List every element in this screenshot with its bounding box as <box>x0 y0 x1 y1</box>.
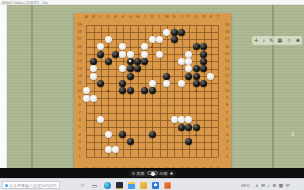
white-stone-K17 <box>149 36 156 43</box>
star-point <box>195 134 197 136</box>
edge-browser-icon[interactable] <box>104 182 111 189</box>
next-arrow-icon[interactable]: › <box>291 129 294 139</box>
white-stone-L15 <box>156 51 163 58</box>
white-stone-B13 <box>90 65 97 72</box>
row-label-left: 17 <box>76 37 84 41</box>
system-tray: 19°C ∧✉♪⚙▦中 <box>241 181 290 189</box>
grid-line-v <box>218 25 219 157</box>
pencil-icon[interactable]: ✎ <box>269 36 273 45</box>
yellow-app-icon[interactable] <box>140 182 147 189</box>
black-stone-G13 <box>127 65 134 72</box>
grid-line-h <box>86 120 218 121</box>
black-stone-G3 <box>127 138 134 145</box>
grid-line-h <box>86 98 218 99</box>
search-icon[interactable]: ○ <box>79 182 86 189</box>
white-stone-B9 <box>90 95 97 102</box>
black-stone-C11 <box>97 80 104 87</box>
black-stone-F10 <box>119 87 126 94</box>
black-stone-P12 <box>185 73 192 80</box>
row-label-right: 3 <box>223 140 231 144</box>
last-move-marker <box>129 60 131 62</box>
black-stone-K10 <box>149 87 156 94</box>
grid-line-v <box>182 25 183 157</box>
tray-icon-2[interactable]: ♪ <box>267 183 269 188</box>
star-point <box>195 90 197 92</box>
black-stone-J10 <box>141 87 148 94</box>
black-stone-K4 <box>149 131 156 138</box>
white-stone-N6 <box>171 116 178 123</box>
move-icon[interactable]: ✛ <box>254 36 258 45</box>
tatami-seam-right <box>272 5 274 168</box>
row-label-right: 15 <box>223 52 231 56</box>
row-label-left: 18 <box>76 30 84 34</box>
video-area[interactable]: AABBCCDDEEFFGGHHJJKKLLMMNNOOPPQQRRSSTT19… <box>0 5 304 168</box>
danmaku-input[interactable]: 发送弹幕输入你想说的内容 <box>2 181 60 189</box>
black-stone-R13 <box>200 65 207 72</box>
black-stone-C15 <box>97 51 104 58</box>
row-label-right: 13 <box>223 67 231 71</box>
danmaku-icon <box>5 184 8 187</box>
black-stone-R15 <box>200 51 207 58</box>
row-label-left: 4 <box>76 133 84 137</box>
video-annotation-toolbar: ✛♪✎▦☺❀ <box>252 36 302 45</box>
black-stone-Q13 <box>193 65 200 72</box>
white-stone-D17 <box>105 36 112 43</box>
row-label-left: 19 <box>76 23 84 27</box>
black-stone-F11 <box>119 80 126 87</box>
black-stone-D14 <box>105 58 112 65</box>
flower-icon[interactable]: ❀ <box>296 36 300 45</box>
black-stone-R14 <box>200 58 207 65</box>
black-stone-Q11 <box>193 80 200 87</box>
tray-icon-0[interactable]: ∧ <box>255 183 258 188</box>
row-label-right: 9 <box>223 96 231 100</box>
white-stone-F13 <box>119 65 126 72</box>
white-stone-O11 <box>178 80 185 87</box>
white-stone-B12 <box>90 73 97 80</box>
star-point <box>151 46 153 48</box>
row-label-right: 12 <box>223 74 231 78</box>
white-stone-P13 <box>185 65 192 72</box>
black-stone-H13 <box>134 65 141 72</box>
dark-app-icon[interactable] <box>116 182 123 189</box>
row-label-right: 14 <box>223 59 231 63</box>
grid-line-h <box>86 157 218 158</box>
white-stone-O6 <box>178 116 185 123</box>
white-stone-E2 <box>112 146 119 153</box>
row-label-left: 14 <box>76 59 84 63</box>
black-stone-G14 <box>127 58 134 65</box>
tray-icon-5[interactable]: 中 <box>286 183 291 188</box>
white-stone-L17 <box>156 36 163 43</box>
emoji-icon[interactable]: ☺ <box>286 36 291 45</box>
black-stone-Q16 <box>193 43 200 50</box>
white-stone-P15 <box>185 51 192 58</box>
white-stone-O14 <box>178 58 185 65</box>
windows-taskbar: 发送弹幕输入你想说的内容 ○ ▭ 19°C ∧✉♪⚙▦中 <box>0 178 304 190</box>
white-stone-D4 <box>105 131 112 138</box>
grid-line-v <box>174 25 175 157</box>
col-label-top: T <box>214 15 222 19</box>
black-stone-G12 <box>127 73 134 80</box>
row-label-right: 4 <box>223 133 231 137</box>
white-stone-D2 <box>105 146 112 153</box>
black-stone-J14 <box>141 58 148 65</box>
white-stone-P14 <box>185 58 192 65</box>
white-stone-P6 <box>185 116 192 123</box>
black-stone-N18 <box>171 29 178 36</box>
white-stone-icon <box>170 172 173 175</box>
grid-line-h <box>86 113 218 114</box>
row-label-left: 16 <box>76 45 84 49</box>
row-label-left: 3 <box>76 140 84 144</box>
black-stone-P5 <box>185 124 192 131</box>
row-label-right: 18 <box>223 30 231 34</box>
black-stone-Q12 <box>193 73 200 80</box>
stone-color-toggle[interactable]: 黑棋 白棋 <box>129 170 176 177</box>
row-label-left: 13 <box>76 67 84 71</box>
orange-app-icon[interactable] <box>164 182 171 189</box>
white-stone-J15 <box>141 51 148 58</box>
row-label-right: 11 <box>223 81 231 85</box>
row-label-left: 15 <box>76 52 84 56</box>
white-stone-J16 <box>141 43 148 50</box>
row-label-right: 6 <box>223 118 231 122</box>
white-stone-A9 <box>83 95 90 102</box>
switch-knob[interactable] <box>151 172 155 176</box>
white-stone-K11 <box>149 80 156 87</box>
white-stone-G15 <box>127 51 134 58</box>
white-stone-A10 <box>83 87 90 94</box>
toggle-label-black: 黑棋 <box>137 171 145 176</box>
black-stone-P3 <box>185 138 192 145</box>
white-stone-C16 <box>97 43 104 50</box>
row-label-right: 19 <box>223 23 231 27</box>
black-stone-H14 <box>134 58 141 65</box>
black-stone-Q5 <box>193 124 200 131</box>
grid-line-h <box>86 142 218 143</box>
grid-line-v <box>167 25 168 157</box>
row-label-right: 8 <box>223 103 231 107</box>
weather-text: 19°C <box>241 183 250 188</box>
black-stone-G10 <box>127 87 134 94</box>
black-stone-E15 <box>112 51 119 58</box>
row-label-right: 7 <box>223 111 231 115</box>
tray-icon-1[interactable]: ✉ <box>261 183 265 188</box>
row-label-left: 5 <box>76 125 84 129</box>
page-left-margin <box>0 5 7 168</box>
tray-icon-3[interactable]: ⚙ <box>272 183 276 188</box>
black-stone-N17 <box>171 36 178 43</box>
tray-icon-4[interactable]: ▦ <box>279 183 283 188</box>
black-stone-M12 <box>163 73 170 80</box>
player-control-bar: 黑棋 白棋 <box>0 168 304 178</box>
white-stone-S12 <box>207 73 214 80</box>
danmaku-placeholder: 发送弹幕输入你想说的内容 <box>9 183 57 188</box>
star-point <box>107 90 109 92</box>
task-view-icon[interactable]: ▭ <box>91 182 98 189</box>
black-stone-O18 <box>178 29 185 36</box>
white-stone-F15 <box>119 51 126 58</box>
grid-icon[interactable]: ▦ <box>278 36 283 45</box>
black-stone-F4 <box>119 131 126 138</box>
black-stone-O5 <box>178 124 185 131</box>
grid-line-v <box>160 25 161 157</box>
black-stone-R11 <box>200 80 207 87</box>
row-label-right: 10 <box>223 89 231 93</box>
star-point <box>107 46 109 48</box>
row-label-right: 5 <box>223 125 231 129</box>
row-label-left: 12 <box>76 74 84 78</box>
row-label-left: 11 <box>76 81 84 85</box>
row-label-left: 6 <box>76 118 84 122</box>
black-stone-R16 <box>200 43 207 50</box>
white-stone-F16 <box>119 43 126 50</box>
white-stone-M11 <box>163 80 170 87</box>
toggle-label-white: 白棋 <box>160 171 168 176</box>
row-label-right: 1 <box>223 155 231 159</box>
row-label-left: 1 <box>76 155 84 159</box>
black-stone-B14 <box>90 58 97 65</box>
grid-line-h <box>86 105 218 106</box>
tatami-seam-left <box>31 5 33 168</box>
white-stone-M18 <box>163 29 170 36</box>
row-label-right: 16 <box>223 45 231 49</box>
row-label-right: 17 <box>223 37 231 41</box>
white-stone-C6 <box>97 116 104 123</box>
file-explorer-icon[interactable] <box>128 182 135 189</box>
row-label-right: 2 <box>223 147 231 151</box>
row-label-left: 7 <box>76 111 84 115</box>
go-board[interactable]: AABBCCDDEEFFGGHHJJKKLLMMNNOOPPQQRRSSTT19… <box>74 13 231 173</box>
grid-line-v <box>189 25 190 157</box>
row-label-left: 8 <box>76 103 84 107</box>
black-stone-icon <box>132 172 135 175</box>
music-icon[interactable]: ♪ <box>262 36 265 45</box>
grid-line-v <box>211 25 212 157</box>
row-label-left: 2 <box>76 147 84 151</box>
chat-app-icon[interactable] <box>152 182 159 189</box>
color-switch[interactable] <box>147 171 158 176</box>
